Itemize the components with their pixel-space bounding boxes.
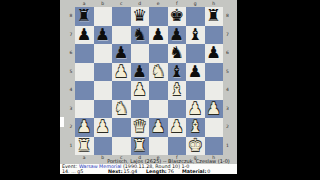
white-queen-d2[interactable]: ♛ bbox=[131, 118, 150, 137]
white-bishop-g2[interactable]: ♝ bbox=[186, 118, 205, 137]
chess-board[interactable]: ♜♛♚♜♟♟♞♟♟♝♟♞♟♟♟♞♝♟♟♝♞♟♟♟♟♛♟♟♝♜♜♚ bbox=[75, 7, 223, 155]
square-d6[interactable] bbox=[131, 44, 150, 63]
square-d4[interactable]: ♟ bbox=[131, 81, 150, 100]
video-frame-content: abcdefgh abcdefgh 87654321 87654321 ♜♛♚♜… bbox=[60, 0, 237, 174]
square-c4[interactable] bbox=[112, 81, 131, 100]
square-e4[interactable] bbox=[149, 81, 168, 100]
square-h6[interactable]: ♟ bbox=[205, 44, 224, 63]
file-label-b: b bbox=[94, 1, 113, 7]
square-d3[interactable] bbox=[131, 100, 150, 119]
square-d2[interactable]: ♛ bbox=[131, 118, 150, 137]
black-knight-f6[interactable]: ♞ bbox=[168, 44, 187, 63]
square-f2[interactable]: ♟ bbox=[168, 118, 187, 137]
rank-label-6: 6 bbox=[68, 44, 74, 63]
rank-label-5: 5 bbox=[68, 63, 74, 82]
rank-label-6: 6 bbox=[225, 44, 231, 63]
rank-label-3: 3 bbox=[68, 100, 74, 119]
square-g6[interactable] bbox=[186, 44, 205, 63]
square-g7[interactable]: ♝ bbox=[186, 26, 205, 45]
square-d8[interactable]: ♛ bbox=[131, 7, 150, 26]
square-a5[interactable] bbox=[75, 63, 94, 82]
square-b1[interactable] bbox=[94, 137, 113, 156]
rank-label-1: 1 bbox=[225, 137, 231, 156]
square-f4[interactable]: ♝ bbox=[168, 81, 187, 100]
square-c8[interactable] bbox=[112, 7, 131, 26]
black-bishop-f5[interactable]: ♝ bbox=[168, 63, 187, 82]
file-label-c: c bbox=[112, 1, 131, 7]
square-f8[interactable]: ♚ bbox=[168, 7, 187, 26]
square-c7[interactable] bbox=[112, 26, 131, 45]
square-a8[interactable]: ♜ bbox=[75, 7, 94, 26]
rank-labels-left: 87654321 bbox=[68, 7, 74, 155]
rank-label-3: 3 bbox=[225, 100, 231, 119]
square-e1[interactable] bbox=[149, 137, 168, 156]
white-rook-a1[interactable]: ♜ bbox=[75, 137, 94, 156]
rank-label-2: 2 bbox=[225, 118, 231, 137]
square-a2[interactable]: ♟ bbox=[75, 118, 94, 137]
square-b2[interactable]: ♟ bbox=[94, 118, 113, 137]
square-f1[interactable] bbox=[168, 137, 187, 156]
file-label-g: g bbox=[186, 1, 205, 7]
white-pawn-a2[interactable]: ♟ bbox=[75, 118, 94, 137]
next-move: Next: 15.g4 bbox=[108, 169, 137, 175]
rank-label-1: 1 bbox=[68, 137, 74, 156]
square-h4[interactable] bbox=[205, 81, 224, 100]
square-e2[interactable]: ♟ bbox=[149, 118, 168, 137]
square-a6[interactable] bbox=[75, 44, 94, 63]
square-e7[interactable]: ♟ bbox=[149, 26, 168, 45]
file-label-e: e bbox=[149, 1, 168, 7]
rank-label-8: 8 bbox=[225, 7, 231, 26]
square-h5[interactable] bbox=[205, 63, 224, 82]
black-pawn-d5[interactable]: ♟ bbox=[131, 63, 150, 82]
white-knight-c3[interactable]: ♞ bbox=[112, 100, 131, 119]
black-queen-d8[interactable]: ♛ bbox=[131, 7, 150, 26]
square-e8[interactable] bbox=[149, 7, 168, 26]
white-king-g1[interactable]: ♚ bbox=[186, 137, 205, 156]
black-bishop-g7[interactable]: ♝ bbox=[186, 26, 205, 45]
black-knight-d7[interactable]: ♞ bbox=[131, 26, 150, 45]
rank-label-7: 7 bbox=[225, 26, 231, 45]
black-pawn-g5[interactable]: ♟ bbox=[186, 63, 205, 82]
square-b3[interactable] bbox=[94, 100, 113, 119]
rank-label-4: 4 bbox=[225, 81, 231, 100]
rank-label-8: 8 bbox=[68, 7, 74, 26]
last-move: 14. ... g5 bbox=[62, 169, 83, 175]
square-b4[interactable] bbox=[94, 81, 113, 100]
square-h1[interactable] bbox=[205, 137, 224, 156]
square-e6[interactable] bbox=[149, 44, 168, 63]
square-g3[interactable]: ♟ bbox=[186, 100, 205, 119]
square-g4[interactable] bbox=[186, 81, 205, 100]
rank-label-4: 4 bbox=[68, 81, 74, 100]
square-d7[interactable]: ♞ bbox=[131, 26, 150, 45]
white-knight-e5[interactable]: ♞ bbox=[149, 63, 168, 82]
black-pawn-f7[interactable]: ♟ bbox=[168, 26, 187, 45]
square-f6[interactable]: ♞ bbox=[168, 44, 187, 63]
black-rook-h8[interactable]: ♜ bbox=[205, 7, 224, 26]
rank-label-5: 5 bbox=[225, 63, 231, 82]
square-d1[interactable]: ♜ bbox=[131, 137, 150, 156]
white-pawn-e2[interactable]: ♟ bbox=[149, 118, 168, 137]
white-pawn-c5[interactable]: ♟ bbox=[112, 63, 131, 82]
material-balance: Material: 0 bbox=[182, 169, 210, 175]
white-pawn-b2[interactable]: ♟ bbox=[94, 118, 113, 137]
square-c6[interactable]: ♟ bbox=[112, 44, 131, 63]
moves-line: 14. ... g5 Next: 15.g4 Length: 76 Materi… bbox=[62, 169, 237, 175]
square-c5[interactable]: ♟ bbox=[112, 63, 131, 82]
rank-label-7: 7 bbox=[68, 26, 74, 45]
square-b7[interactable]: ♟ bbox=[94, 26, 113, 45]
black-pawn-c6[interactable]: ♟ bbox=[112, 44, 131, 63]
square-f5[interactable]: ♝ bbox=[168, 63, 187, 82]
square-e3[interactable] bbox=[149, 100, 168, 119]
white-rook-d1[interactable]: ♜ bbox=[131, 137, 150, 156]
game-length: Length: 76 bbox=[146, 169, 174, 175]
square-h7[interactable] bbox=[205, 26, 224, 45]
square-d5[interactable]: ♟ bbox=[131, 63, 150, 82]
white-pawn-f2[interactable]: ♟ bbox=[168, 118, 187, 137]
square-b6[interactable] bbox=[94, 44, 113, 63]
video-edge-artifact bbox=[60, 117, 64, 127]
file-label-a: a bbox=[75, 155, 94, 161]
square-c3[interactable]: ♞ bbox=[112, 100, 131, 119]
square-c1[interactable] bbox=[112, 137, 131, 156]
square-g5[interactable]: ♟ bbox=[186, 63, 205, 82]
square-c2[interactable] bbox=[112, 118, 131, 137]
white-bishop-f4[interactable]: ♝ bbox=[168, 81, 187, 100]
info-strip: Event: Warsaw Memorial (1990.11.28, Roun… bbox=[60, 164, 237, 175]
black-pawn-e7[interactable]: ♟ bbox=[149, 26, 168, 45]
square-h3[interactable]: ♟ bbox=[205, 100, 224, 119]
black-pawn-a7[interactable]: ♟ bbox=[75, 26, 94, 45]
square-h2[interactable] bbox=[205, 118, 224, 137]
black-pawn-b7[interactable]: ♟ bbox=[94, 26, 113, 45]
white-pawn-h3[interactable]: ♟ bbox=[205, 100, 224, 119]
black-rook-a8[interactable]: ♜ bbox=[75, 7, 94, 26]
square-e5[interactable]: ♞ bbox=[149, 63, 168, 82]
square-g2[interactable]: ♝ bbox=[186, 118, 205, 137]
white-pawn-g3[interactable]: ♟ bbox=[186, 100, 205, 119]
rank-labels-right: 87654321 bbox=[225, 7, 231, 155]
square-a4[interactable] bbox=[75, 81, 94, 100]
square-b8[interactable] bbox=[94, 7, 113, 26]
square-a7[interactable]: ♟ bbox=[75, 26, 94, 45]
square-h8[interactable]: ♜ bbox=[205, 7, 224, 26]
square-g8[interactable] bbox=[186, 7, 205, 26]
black-pawn-h6[interactable]: ♟ bbox=[205, 44, 224, 63]
square-f3[interactable] bbox=[168, 100, 187, 119]
square-a3[interactable] bbox=[75, 100, 94, 119]
white-pawn-d4[interactable]: ♟ bbox=[131, 81, 150, 100]
square-f7[interactable]: ♟ bbox=[168, 26, 187, 45]
file-labels-top: abcdefgh bbox=[75, 1, 223, 7]
square-a1[interactable]: ♜ bbox=[75, 137, 94, 156]
square-b5[interactable] bbox=[94, 63, 113, 82]
rank-label-2: 2 bbox=[68, 118, 74, 137]
black-king-f8[interactable]: ♚ bbox=[168, 7, 187, 26]
square-g1[interactable]: ♚ bbox=[186, 137, 205, 156]
